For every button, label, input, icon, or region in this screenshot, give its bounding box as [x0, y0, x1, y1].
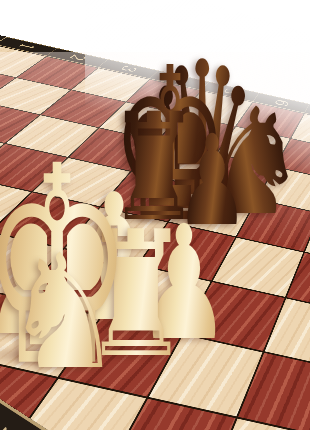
knight-glyph: ♞: [4, 233, 124, 391]
chess-set-photo: 12345678 2 ♛♞♚♜♟♝♟♟♜♚♞: [0, 0, 310, 430]
light-knight-piece: ♞: [0, 233, 135, 391]
